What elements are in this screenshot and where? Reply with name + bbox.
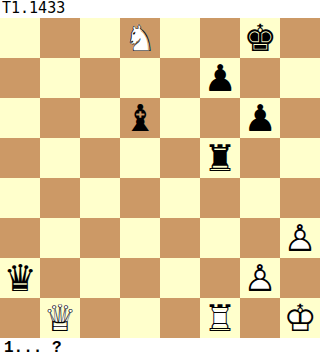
square-c8[interactable]	[80, 18, 120, 58]
square-b8[interactable]	[40, 18, 80, 58]
square-h1[interactable]: ♚♔	[280, 298, 320, 338]
square-e1[interactable]	[160, 298, 200, 338]
square-g1[interactable]	[240, 298, 280, 338]
square-b1[interactable]: ♛♕	[40, 298, 80, 338]
square-a5[interactable]	[0, 138, 40, 178]
square-g4[interactable]	[240, 178, 280, 218]
square-b5[interactable]	[40, 138, 80, 178]
white-rook: ♖	[200, 298, 240, 338]
square-h3[interactable]: ♟♙	[280, 218, 320, 258]
square-h8[interactable]	[280, 18, 320, 58]
chess-board: ♞♘♚♟♝♟♜♟♙♛♟♙♛♕♜♖♚♔	[0, 18, 320, 338]
square-d7[interactable]	[120, 58, 160, 98]
square-e2[interactable]	[160, 258, 200, 298]
square-d3[interactable]	[120, 218, 160, 258]
square-g7[interactable]	[240, 58, 280, 98]
puzzle-id: T1.1433	[0, 0, 320, 18]
square-e6[interactable]	[160, 98, 200, 138]
square-h2[interactable]	[280, 258, 320, 298]
square-c2[interactable]	[80, 258, 120, 298]
black-bishop: ♝	[120, 98, 160, 138]
square-h5[interactable]	[280, 138, 320, 178]
square-a1[interactable]	[0, 298, 40, 338]
square-h7[interactable]	[280, 58, 320, 98]
square-d1[interactable]	[120, 298, 160, 338]
square-c6[interactable]	[80, 98, 120, 138]
square-f6[interactable]	[200, 98, 240, 138]
move-prompt: 1... ?	[0, 338, 320, 360]
square-e3[interactable]	[160, 218, 200, 258]
square-f5[interactable]: ♜	[200, 138, 240, 178]
square-c5[interactable]	[80, 138, 120, 178]
black-pawn: ♟	[200, 58, 240, 98]
square-c3[interactable]	[80, 218, 120, 258]
square-d5[interactable]	[120, 138, 160, 178]
square-g6[interactable]: ♟	[240, 98, 280, 138]
chess-diagram: T1.1433 ♞♘♚♟♝♟♜♟♙♛♟♙♛♕♜♖♚♔ 1... ?	[0, 0, 320, 360]
square-b6[interactable]	[40, 98, 80, 138]
square-a4[interactable]	[0, 178, 40, 218]
black-pawn: ♟	[240, 98, 280, 138]
white-pawn: ♙	[280, 218, 320, 258]
square-h4[interactable]	[280, 178, 320, 218]
square-a2[interactable]: ♛	[0, 258, 40, 298]
square-e4[interactable]	[160, 178, 200, 218]
square-f2[interactable]	[200, 258, 240, 298]
white-pawn: ♙	[240, 258, 280, 298]
black-rook: ♜	[200, 138, 240, 178]
square-b2[interactable]	[40, 258, 80, 298]
square-a8[interactable]	[0, 18, 40, 58]
square-e5[interactable]	[160, 138, 200, 178]
square-f1[interactable]: ♜♖	[200, 298, 240, 338]
square-d4[interactable]	[120, 178, 160, 218]
white-knight: ♘	[120, 18, 160, 58]
square-d2[interactable]	[120, 258, 160, 298]
square-g3[interactable]	[240, 218, 280, 258]
square-c7[interactable]	[80, 58, 120, 98]
square-c1[interactable]	[80, 298, 120, 338]
square-h6[interactable]	[280, 98, 320, 138]
square-e8[interactable]	[160, 18, 200, 58]
square-e7[interactable]	[160, 58, 200, 98]
square-a3[interactable]	[0, 218, 40, 258]
white-king: ♔	[280, 298, 320, 338]
square-f7[interactable]: ♟	[200, 58, 240, 98]
square-f3[interactable]	[200, 218, 240, 258]
square-f4[interactable]	[200, 178, 240, 218]
square-g5[interactable]	[240, 138, 280, 178]
square-a6[interactable]	[0, 98, 40, 138]
square-c4[interactable]	[80, 178, 120, 218]
black-king: ♚	[240, 18, 280, 58]
square-b4[interactable]	[40, 178, 80, 218]
black-queen: ♛	[0, 258, 40, 298]
square-d8[interactable]: ♞♘	[120, 18, 160, 58]
square-g8[interactable]: ♚	[240, 18, 280, 58]
square-b3[interactable]	[40, 218, 80, 258]
square-g2[interactable]: ♟♙	[240, 258, 280, 298]
square-a7[interactable]	[0, 58, 40, 98]
square-f8[interactable]	[200, 18, 240, 58]
square-d6[interactable]: ♝	[120, 98, 160, 138]
square-b7[interactable]	[40, 58, 80, 98]
white-queen: ♕	[40, 298, 80, 338]
